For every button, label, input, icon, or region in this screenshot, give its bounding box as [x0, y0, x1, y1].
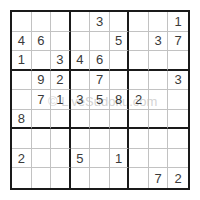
cell-r7c1[interactable] — [12, 129, 32, 149]
cell-r2c8[interactable]: 3 — [149, 32, 169, 52]
cell-r4c9[interactable]: 3 — [168, 71, 188, 91]
cell-r5c2[interactable]: 7 — [32, 90, 52, 110]
cell-r3c6[interactable] — [110, 51, 130, 71]
cell-r5c6[interactable]: 8 — [110, 90, 130, 110]
cell-r6c4[interactable] — [71, 110, 91, 130]
cell-r2c1[interactable]: 4 — [12, 32, 32, 52]
cell-r7c4[interactable] — [71, 129, 91, 149]
cell-r5c5[interactable]: 5 — [90, 90, 110, 110]
cell-r2c6[interactable]: 5 — [110, 32, 130, 52]
cell-r6c9[interactable] — [168, 110, 188, 130]
cell-r8c5[interactable] — [90, 149, 110, 169]
cell-r6c6[interactable] — [110, 110, 130, 130]
cell-r2c3[interactable] — [51, 32, 71, 52]
cell-r6c5[interactable] — [90, 110, 110, 130]
cell-r7c8[interactable] — [149, 129, 169, 149]
cell-r8c3[interactable] — [51, 149, 71, 169]
cell-r9c4[interactable] — [71, 168, 91, 188]
cell-r4c3[interactable]: 2 — [51, 71, 71, 91]
cell-r8c4[interactable]: 5 — [71, 149, 91, 169]
cell-r9c7[interactable] — [129, 168, 149, 188]
cell-r4c7[interactable] — [129, 71, 149, 91]
cell-r5c4[interactable]: 3 — [71, 90, 91, 110]
cell-r4c1[interactable] — [12, 71, 32, 91]
cell-r1c8[interactable] — [149, 12, 169, 32]
cell-r5c8[interactable] — [149, 90, 169, 110]
cell-r7c6[interactable] — [110, 129, 130, 149]
cell-r9c1[interactable] — [12, 168, 32, 188]
cell-r9c8[interactable]: 7 — [149, 168, 169, 188]
cell-r4c2[interactable]: 9 — [32, 71, 52, 91]
cell-r3c9[interactable] — [168, 51, 188, 71]
cell-r1c9[interactable]: 1 — [168, 12, 188, 32]
cell-r9c2[interactable] — [32, 168, 52, 188]
cell-r3c8[interactable] — [149, 51, 169, 71]
cell-r9c9[interactable]: 2 — [168, 168, 188, 188]
cell-r8c8[interactable] — [149, 149, 169, 169]
cell-r6c8[interactable] — [149, 110, 169, 130]
cell-r5c1[interactable] — [12, 90, 32, 110]
cell-r7c2[interactable] — [32, 129, 52, 149]
cell-r3c1[interactable]: 1 — [12, 51, 32, 71]
cell-r6c2[interactable] — [32, 110, 52, 130]
cell-r1c7[interactable] — [129, 12, 149, 32]
cell-r8c7[interactable] — [129, 149, 149, 169]
cell-r1c6[interactable] — [110, 12, 130, 32]
cell-r4c4[interactable] — [71, 71, 91, 91]
cell-r1c1[interactable] — [12, 12, 32, 32]
cell-r3c7[interactable] — [129, 51, 149, 71]
cell-r4c5[interactable]: 7 — [90, 71, 110, 91]
cell-r3c4[interactable]: 4 — [71, 51, 91, 71]
cell-r6c7[interactable] — [129, 110, 149, 130]
cell-r2c7[interactable] — [129, 32, 149, 52]
cell-r3c5[interactable]: 6 — [90, 51, 110, 71]
cell-r1c5[interactable]: 3 — [90, 12, 110, 32]
cell-r2c5[interactable] — [90, 32, 110, 52]
sudoku-page: 314653713469273713582825172 © LiveSudoku… — [0, 0, 200, 200]
cell-r4c6[interactable] — [110, 71, 130, 91]
cell-r9c6[interactable] — [110, 168, 130, 188]
cell-r5c9[interactable] — [168, 90, 188, 110]
cell-r8c1[interactable]: 2 — [12, 149, 32, 169]
cell-r2c4[interactable] — [71, 32, 91, 52]
cell-r8c9[interactable] — [168, 149, 188, 169]
cell-r7c9[interactable] — [168, 129, 188, 149]
cell-r6c1[interactable]: 8 — [12, 110, 32, 130]
cell-r1c4[interactable] — [71, 12, 91, 32]
sudoku-board: 314653713469273713582825172 — [10, 10, 190, 190]
cell-r8c2[interactable] — [32, 149, 52, 169]
cell-r1c3[interactable] — [51, 12, 71, 32]
cell-r2c9[interactable]: 7 — [168, 32, 188, 52]
cell-r3c2[interactable] — [32, 51, 52, 71]
cell-r2c2[interactable]: 6 — [32, 32, 52, 52]
cell-r5c3[interactable]: 1 — [51, 90, 71, 110]
cell-r7c7[interactable] — [129, 129, 149, 149]
cell-r4c8[interactable] — [149, 71, 169, 91]
cell-r3c3[interactable]: 3 — [51, 51, 71, 71]
cell-r9c5[interactable] — [90, 168, 110, 188]
cell-r1c2[interactable] — [32, 12, 52, 32]
cell-r7c3[interactable] — [51, 129, 71, 149]
cell-r8c6[interactable]: 1 — [110, 149, 130, 169]
cell-r9c3[interactable] — [51, 168, 71, 188]
cell-r6c3[interactable] — [51, 110, 71, 130]
cell-r5c7[interactable]: 2 — [129, 90, 149, 110]
cell-r7c5[interactable] — [90, 129, 110, 149]
